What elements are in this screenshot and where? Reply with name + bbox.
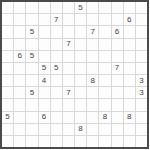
- cell-r0c2[interactable]: [26, 2, 37, 13]
- cell-r0c7[interactable]: [87, 2, 98, 13]
- cell-r5c1[interactable]: [14, 63, 25, 74]
- cell-r1c7[interactable]: [87, 14, 98, 25]
- cell-r9c4[interactable]: [51, 112, 62, 123]
- clue-cell-r6c11: 3: [136, 75, 147, 86]
- cell-r7c8[interactable]: [99, 87, 110, 98]
- clue-cell-r2c2: 5: [26, 26, 37, 37]
- cell-r4c5[interactable]: [63, 51, 74, 62]
- cell-r5c5[interactable]: [63, 63, 74, 74]
- cell-r1c8[interactable]: [99, 14, 110, 25]
- cell-r10c0[interactable]: [2, 124, 13, 135]
- cell-r11c0[interactable]: [2, 136, 13, 147]
- cell-r2c11[interactable]: [136, 26, 147, 37]
- cell-r5c6[interactable]: [75, 63, 86, 74]
- cell-r8c9[interactable]: [112, 99, 123, 110]
- cell-r6c4[interactable]: [51, 75, 62, 86]
- cell-r7c7[interactable]: [87, 87, 98, 98]
- cell-r9c5[interactable]: [63, 112, 74, 123]
- cell-r10c5[interactable]: [63, 124, 74, 135]
- puzzle-board-container: 57657676555748357356888: [0, 0, 149, 149]
- cell-r9c2[interactable]: [26, 112, 37, 123]
- clue-cell-r9c0: 5: [2, 112, 13, 123]
- cell-r1c5[interactable]: [63, 14, 74, 25]
- cell-r11c4[interactable]: [51, 136, 62, 147]
- cell-r7c9[interactable]: [112, 87, 123, 98]
- cell-r9c1[interactable]: [14, 112, 25, 123]
- cell-r3c11[interactable]: [136, 39, 147, 50]
- cell-r8c6[interactable]: [75, 99, 86, 110]
- cell-r11c3[interactable]: [39, 136, 50, 147]
- cell-r0c3[interactable]: [39, 2, 50, 13]
- cell-r10c7[interactable]: [87, 124, 98, 135]
- cell-r8c8[interactable]: [99, 99, 110, 110]
- cell-r8c3[interactable]: [39, 99, 50, 110]
- cell-r0c10[interactable]: [124, 2, 135, 13]
- cell-r8c7[interactable]: [87, 99, 98, 110]
- clue-cell-r6c3: 4: [39, 75, 50, 86]
- cell-r5c7[interactable]: [87, 63, 98, 74]
- clue-cell-r7c11: 3: [136, 87, 147, 98]
- cell-r3c1[interactable]: [14, 39, 25, 50]
- cell-r3c10[interactable]: [124, 39, 135, 50]
- cell-r4c6[interactable]: [75, 51, 86, 62]
- cell-r0c0[interactable]: [2, 2, 13, 13]
- cell-r8c1[interactable]: [14, 99, 25, 110]
- cell-r3c7[interactable]: [87, 39, 98, 50]
- clue-cell-r5c3: 5: [39, 63, 50, 74]
- cell-r10c10[interactable]: [124, 124, 135, 135]
- clue-cell-r2c7: 7: [87, 26, 98, 37]
- clue-cell-r2c9: 6: [112, 26, 123, 37]
- clue-cell-r4c1: 6: [14, 51, 25, 62]
- cell-r11c8[interactable]: [99, 136, 110, 147]
- cell-r10c2[interactable]: [26, 124, 37, 135]
- cell-r3c8[interactable]: [99, 39, 110, 50]
- cell-r10c1[interactable]: [14, 124, 25, 135]
- cell-r3c6[interactable]: [75, 39, 86, 50]
- clue-cell-r3c5: 7: [63, 39, 74, 50]
- cell-r5c10[interactable]: [124, 63, 135, 74]
- cell-r6c5[interactable]: [63, 75, 74, 86]
- cell-r1c0[interactable]: [2, 14, 13, 25]
- cell-r4c8[interactable]: [99, 51, 110, 62]
- cell-r8c11[interactable]: [136, 99, 147, 110]
- cell-r2c6[interactable]: [75, 26, 86, 37]
- cell-r11c2[interactable]: [26, 136, 37, 147]
- cell-r0c5[interactable]: [63, 2, 74, 13]
- cell-r11c11[interactable]: [136, 136, 147, 147]
- cell-r1c6[interactable]: [75, 14, 86, 25]
- cell-r9c6[interactable]: [75, 112, 86, 123]
- cell-r7c1[interactable]: [14, 87, 25, 98]
- cell-r6c1[interactable]: [14, 75, 25, 86]
- clue-cell-r9c10: 8: [124, 112, 135, 123]
- clue-cell-r6c7: 8: [87, 75, 98, 86]
- cell-r1c11[interactable]: [136, 14, 147, 25]
- cell-r9c9[interactable]: [112, 112, 123, 123]
- cell-r5c11[interactable]: [136, 63, 147, 74]
- cell-r5c0[interactable]: [2, 63, 13, 74]
- cell-r8c2[interactable]: [26, 99, 37, 110]
- clue-cell-r4c2: 5: [26, 51, 37, 62]
- cell-r10c11[interactable]: [136, 124, 147, 135]
- clue-cell-r5c9: 7: [112, 63, 123, 74]
- cell-r3c0[interactable]: [2, 39, 13, 50]
- cell-r2c3[interactable]: [39, 26, 50, 37]
- cell-r11c5[interactable]: [63, 136, 74, 147]
- clue-cell-r7c2: 5: [26, 87, 37, 98]
- cell-r8c4[interactable]: [51, 99, 62, 110]
- cell-r6c10[interactable]: [124, 75, 135, 86]
- cell-r1c9[interactable]: [112, 14, 123, 25]
- cell-r4c4[interactable]: [51, 51, 62, 62]
- clue-cell-r9c3: 6: [39, 112, 50, 123]
- cell-r5c2[interactable]: [26, 63, 37, 74]
- cell-r2c0[interactable]: [2, 26, 13, 37]
- puzzle-board: 57657676555748357356888: [0, 0, 149, 149]
- cell-r0c11[interactable]: [136, 2, 147, 13]
- cell-r9c11[interactable]: [136, 112, 147, 123]
- cell-r8c0[interactable]: [2, 99, 13, 110]
- clue-cell-r5c4: 5: [51, 63, 62, 74]
- cell-r10c8[interactable]: [99, 124, 110, 135]
- clue-cell-r10c6: 8: [75, 124, 86, 135]
- clue-cell-r0c6: 5: [75, 2, 86, 13]
- cell-r6c0[interactable]: [2, 75, 13, 86]
- cell-r1c2[interactable]: [26, 14, 37, 25]
- cell-r3c3[interactable]: [39, 39, 50, 50]
- cell-r1c1[interactable]: [14, 14, 25, 25]
- cell-r6c8[interactable]: [99, 75, 110, 86]
- cell-r11c9[interactable]: [112, 136, 123, 147]
- cell-r2c1[interactable]: [14, 26, 25, 37]
- cell-r3c9[interactable]: [112, 39, 123, 50]
- cell-r5c8[interactable]: [99, 63, 110, 74]
- cell-r0c4[interactable]: [51, 2, 62, 13]
- cell-r10c4[interactable]: [51, 124, 62, 135]
- cell-r2c4[interactable]: [51, 26, 62, 37]
- cell-r4c9[interactable]: [112, 51, 123, 62]
- cell-r2c8[interactable]: [99, 26, 110, 37]
- cell-r8c5[interactable]: [63, 99, 74, 110]
- clue-cell-r7c5: 7: [63, 87, 74, 98]
- cell-r3c2[interactable]: [26, 39, 37, 50]
- cell-r6c2[interactable]: [26, 75, 37, 86]
- cell-r7c3[interactable]: [39, 87, 50, 98]
- cell-r10c3[interactable]: [39, 124, 50, 135]
- clue-cell-r1c10: 6: [124, 14, 135, 25]
- cell-r0c1[interactable]: [14, 2, 25, 13]
- cell-r6c9[interactable]: [112, 75, 123, 86]
- cell-r2c5[interactable]: [63, 26, 74, 37]
- cell-r0c8[interactable]: [99, 2, 110, 13]
- cell-r4c0[interactable]: [2, 51, 13, 62]
- cell-r3c4[interactable]: [51, 39, 62, 50]
- cell-r7c0[interactable]: [2, 87, 13, 98]
- cell-r10c9[interactable]: [112, 124, 123, 135]
- cell-r0c9[interactable]: [112, 2, 123, 13]
- cell-r8c10[interactable]: [124, 99, 135, 110]
- cell-r7c10[interactable]: [124, 87, 135, 98]
- cell-r4c3[interactable]: [39, 51, 50, 62]
- cell-r11c10[interactable]: [124, 136, 135, 147]
- cell-r9c7[interactable]: [87, 112, 98, 123]
- cell-r7c6[interactable]: [75, 87, 86, 98]
- cell-r2c10[interactable]: [124, 26, 135, 37]
- clue-cell-r9c8: 8: [99, 112, 110, 123]
- cell-r11c7[interactable]: [87, 136, 98, 147]
- cell-r11c1[interactable]: [14, 136, 25, 147]
- cell-r1c3[interactable]: [39, 14, 50, 25]
- cell-r4c7[interactable]: [87, 51, 98, 62]
- clue-cell-r1c4: 7: [51, 14, 62, 25]
- cell-r6c6[interactable]: [75, 75, 86, 86]
- cell-r4c11[interactable]: [136, 51, 147, 62]
- cell-r11c6[interactable]: [75, 136, 86, 147]
- cell-r4c10[interactable]: [124, 51, 135, 62]
- cell-r7c4[interactable]: [51, 87, 62, 98]
